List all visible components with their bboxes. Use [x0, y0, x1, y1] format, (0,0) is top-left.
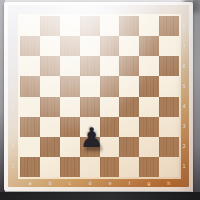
- square-g7: [139, 36, 159, 56]
- square-g3: [139, 117, 159, 137]
- square-b7: [40, 36, 60, 56]
- square-a1: [20, 157, 40, 177]
- square-b1: [40, 157, 60, 177]
- square-e6: [100, 56, 120, 76]
- square-h3: [159, 117, 179, 137]
- square-d7: [80, 36, 100, 56]
- square-a2: [20, 137, 40, 157]
- square-c4: [60, 97, 80, 117]
- square-f1: [119, 157, 139, 177]
- square-a8: [20, 16, 40, 36]
- square-c7: [60, 36, 80, 56]
- square-g8: [139, 16, 159, 36]
- board-grid: ♟: [20, 16, 179, 177]
- square-e4: [100, 97, 120, 117]
- square-h8: [159, 16, 179, 36]
- square-f5: [119, 76, 139, 96]
- square-g2: [139, 137, 159, 157]
- square-d6: [80, 56, 100, 76]
- square-f8: [119, 16, 139, 36]
- square-b6: [40, 56, 60, 76]
- square-e1: [100, 157, 120, 177]
- square-h7: [159, 36, 179, 56]
- square-e5: [100, 76, 120, 96]
- square-c2: [60, 137, 80, 157]
- square-b8: [40, 16, 60, 36]
- square-f4: [119, 97, 139, 117]
- square-g5: [139, 76, 159, 96]
- square-f6: [119, 56, 139, 76]
- square-h2: [159, 137, 179, 157]
- square-c1: [60, 157, 80, 177]
- square-f3: [119, 117, 139, 137]
- square-a5: [20, 76, 40, 96]
- square-b4: [40, 97, 60, 117]
- square-d1: [80, 157, 100, 177]
- square-a4: [20, 97, 40, 117]
- square-e8: [100, 16, 120, 36]
- square-a7: [20, 36, 40, 56]
- square-g6: [139, 56, 159, 76]
- square-b5: [40, 76, 60, 96]
- square-d4: [80, 97, 100, 117]
- square-d5: [80, 76, 100, 96]
- square-e7: [100, 36, 120, 56]
- square-h4: [159, 97, 179, 117]
- square-h5: [159, 76, 179, 96]
- square-h6: [159, 56, 179, 76]
- square-b3: [40, 117, 60, 137]
- square-f7: [119, 36, 139, 56]
- square-g1: [139, 157, 159, 177]
- square-a3: [20, 117, 40, 137]
- square-d3: ♟: [80, 117, 100, 137]
- square-c5: [60, 76, 80, 96]
- square-c3: [60, 117, 80, 137]
- chessboard-photo: abcdefgh abcdefgh 87654321 87654321 ♟: [0, 0, 200, 200]
- square-f2: [119, 137, 139, 157]
- square-b2: [40, 137, 60, 157]
- chess-board: abcdefgh abcdefgh 87654321 87654321 ♟: [4, 2, 193, 191]
- square-a6: [20, 56, 40, 76]
- background-bottom-table: [0, 192, 200, 200]
- square-g4: [139, 97, 159, 117]
- square-d8: [80, 16, 100, 36]
- square-c6: [60, 56, 80, 76]
- square-c8: [60, 16, 80, 36]
- background-right-strip: [193, 0, 200, 200]
- square-h1: [159, 157, 179, 177]
